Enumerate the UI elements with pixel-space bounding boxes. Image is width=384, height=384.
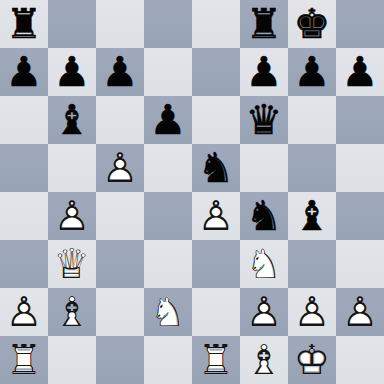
square-a5[interactable]: [0, 144, 48, 192]
square-h7[interactable]: ♟: [336, 48, 384, 96]
piece-outline-glyph: ♙: [48, 192, 96, 240]
piece-fill-glyph: ♞: [240, 192, 288, 240]
piece-black-pawn[interactable]: ♟: [240, 48, 288, 96]
piece-black-king[interactable]: ♚: [288, 0, 336, 48]
square-a3[interactable]: [0, 240, 48, 288]
square-h2[interactable]: ♟♙: [336, 288, 384, 336]
piece-black-queen[interactable]: ♛: [240, 96, 288, 144]
square-h4[interactable]: [336, 192, 384, 240]
piece-outline-glyph: ♕: [48, 240, 96, 288]
piece-black-knight[interactable]: ♞: [192, 144, 240, 192]
square-g3[interactable]: [288, 240, 336, 288]
piece-fill-glyph: ♟: [336, 48, 384, 96]
square-c3[interactable]: [96, 240, 144, 288]
square-h6[interactable]: [336, 96, 384, 144]
piece-outline-glyph: ♖: [192, 336, 240, 384]
piece-white-queen[interactable]: ♛♕: [48, 240, 96, 288]
piece-white-pawn[interactable]: ♟♙: [48, 192, 96, 240]
square-h3[interactable]: [336, 240, 384, 288]
piece-fill-glyph: ♟: [96, 48, 144, 96]
square-g2[interactable]: ♟♙: [288, 288, 336, 336]
square-c7[interactable]: ♟: [96, 48, 144, 96]
square-c2[interactable]: [96, 288, 144, 336]
square-d7[interactable]: [144, 48, 192, 96]
piece-fill-glyph: ♟: [144, 96, 192, 144]
piece-white-knight[interactable]: ♞♘: [144, 288, 192, 336]
square-h5[interactable]: [336, 144, 384, 192]
square-f1[interactable]: ♝♗: [240, 336, 288, 384]
square-a7[interactable]: ♟: [0, 48, 48, 96]
piece-white-rook[interactable]: ♜♖: [192, 336, 240, 384]
square-d8[interactable]: [144, 0, 192, 48]
square-g6[interactable]: [288, 96, 336, 144]
piece-outline-glyph: ♘: [240, 240, 288, 288]
square-e5[interactable]: ♞: [192, 144, 240, 192]
square-h8[interactable]: [336, 0, 384, 48]
piece-black-pawn[interactable]: ♟: [96, 48, 144, 96]
piece-white-pawn[interactable]: ♟♙: [96, 144, 144, 192]
square-d4[interactable]: [144, 192, 192, 240]
piece-black-bishop[interactable]: ♝: [48, 96, 96, 144]
square-a6[interactable]: [0, 96, 48, 144]
square-g5[interactable]: [288, 144, 336, 192]
square-f5[interactable]: [240, 144, 288, 192]
square-d2[interactable]: ♞♘: [144, 288, 192, 336]
piece-black-pawn[interactable]: ♟: [144, 96, 192, 144]
square-b3[interactable]: ♛♕: [48, 240, 96, 288]
piece-fill-glyph: ♟: [288, 48, 336, 96]
piece-outline-glyph: ♙: [96, 144, 144, 192]
piece-white-pawn[interactable]: ♟♙: [336, 288, 384, 336]
piece-fill-glyph: ♟: [0, 48, 48, 96]
square-c8[interactable]: [96, 0, 144, 48]
piece-fill-glyph: ♛: [240, 96, 288, 144]
square-a2[interactable]: ♟♙: [0, 288, 48, 336]
square-f6[interactable]: ♛: [240, 96, 288, 144]
piece-fill-glyph: ♝: [288, 192, 336, 240]
square-g8[interactable]: ♚: [288, 0, 336, 48]
piece-white-bishop[interactable]: ♝♗: [48, 288, 96, 336]
square-f7[interactable]: ♟: [240, 48, 288, 96]
piece-white-pawn[interactable]: ♟♙: [192, 192, 240, 240]
piece-outline-glyph: ♙: [336, 288, 384, 336]
piece-white-pawn[interactable]: ♟♙: [0, 288, 48, 336]
square-b7[interactable]: ♟: [48, 48, 96, 96]
square-e1[interactable]: ♜♖: [192, 336, 240, 384]
piece-black-knight[interactable]: ♞: [240, 192, 288, 240]
square-h1[interactable]: [336, 336, 384, 384]
square-b5[interactable]: [48, 144, 96, 192]
square-f4[interactable]: ♞: [240, 192, 288, 240]
piece-outline-glyph: ♘: [144, 288, 192, 336]
square-d3[interactable]: [144, 240, 192, 288]
square-b1[interactable]: [48, 336, 96, 384]
piece-outline-glyph: ♙: [240, 288, 288, 336]
piece-black-pawn[interactable]: ♟: [48, 48, 96, 96]
piece-white-king[interactable]: ♚♔: [288, 336, 336, 384]
square-a4[interactable]: [0, 192, 48, 240]
square-e3[interactable]: [192, 240, 240, 288]
piece-fill-glyph: ♟: [48, 48, 96, 96]
square-d6[interactable]: ♟: [144, 96, 192, 144]
square-a1[interactable]: ♜♖: [0, 336, 48, 384]
square-c4[interactable]: [96, 192, 144, 240]
square-b2[interactable]: ♝♗: [48, 288, 96, 336]
square-e4[interactable]: ♟♙: [192, 192, 240, 240]
square-c5[interactable]: ♟♙: [96, 144, 144, 192]
piece-white-pawn[interactable]: ♟♙: [288, 288, 336, 336]
piece-fill-glyph: ♟: [240, 48, 288, 96]
piece-fill-glyph: ♝: [48, 96, 96, 144]
piece-black-rook[interactable]: ♜: [0, 0, 48, 48]
piece-white-pawn[interactable]: ♟♙: [240, 288, 288, 336]
square-d1[interactable]: [144, 336, 192, 384]
square-g1[interactable]: ♚♔: [288, 336, 336, 384]
piece-black-pawn[interactable]: ♟: [336, 48, 384, 96]
piece-fill-glyph: ♞: [192, 144, 240, 192]
square-e8[interactable]: [192, 0, 240, 48]
square-c6[interactable]: [96, 96, 144, 144]
piece-fill-glyph: ♚: [288, 0, 336, 48]
piece-white-knight[interactable]: ♞♘: [240, 240, 288, 288]
square-a8[interactable]: ♜: [0, 0, 48, 48]
square-c1[interactable]: [96, 336, 144, 384]
square-b4[interactable]: ♟♙: [48, 192, 96, 240]
piece-white-bishop[interactable]: ♝♗: [240, 336, 288, 384]
piece-white-rook[interactable]: ♜♖: [0, 336, 48, 384]
chess-board[interactable]: ♜♜♚♟♟♟♟♟♟♝♟♛♟♙♞♟♙♟♙♞♝♛♕♞♘♟♙♝♗♞♘♟♙♟♙♟♙♜♖♜…: [0, 0, 384, 384]
square-e6[interactable]: [192, 96, 240, 144]
square-b8[interactable]: [48, 0, 96, 48]
square-g7[interactable]: ♟: [288, 48, 336, 96]
square-f2[interactable]: ♟♙: [240, 288, 288, 336]
square-d5[interactable]: [144, 144, 192, 192]
piece-outline-glyph: ♖: [0, 336, 48, 384]
square-g4[interactable]: ♝: [288, 192, 336, 240]
square-e2[interactable]: [192, 288, 240, 336]
square-f3[interactable]: ♞♘: [240, 240, 288, 288]
square-b6[interactable]: ♝: [48, 96, 96, 144]
piece-outline-glyph: ♙: [0, 288, 48, 336]
square-e7[interactable]: [192, 48, 240, 96]
piece-fill-glyph: ♜: [240, 0, 288, 48]
piece-outline-glyph: ♙: [288, 288, 336, 336]
piece-black-bishop[interactable]: ♝: [288, 192, 336, 240]
piece-black-pawn[interactable]: ♟: [0, 48, 48, 96]
piece-black-pawn[interactable]: ♟: [288, 48, 336, 96]
piece-fill-glyph: ♜: [0, 0, 48, 48]
piece-outline-glyph: ♗: [240, 336, 288, 384]
piece-black-rook[interactable]: ♜: [240, 0, 288, 48]
piece-outline-glyph: ♗: [48, 288, 96, 336]
piece-outline-glyph: ♙: [192, 192, 240, 240]
square-f8[interactable]: ♜: [240, 0, 288, 48]
piece-outline-glyph: ♔: [288, 336, 336, 384]
